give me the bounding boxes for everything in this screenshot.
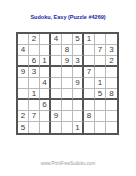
cell-r1c8: [95, 34, 106, 45]
cell-r5c8: 1: [95, 78, 106, 89]
cell-r9c2: [29, 122, 40, 133]
cell-r4c9: [106, 67, 117, 78]
cell-r6c1: [18, 89, 29, 100]
cell-r1c4: 4: [51, 34, 62, 45]
cell-r7c8: [95, 100, 106, 111]
cell-r7c6: [73, 100, 84, 111]
cell-r7c5: [62, 100, 73, 111]
cell-r3c3: 1: [40, 56, 51, 67]
cell-r2c1: 4: [18, 45, 29, 56]
cell-r6c7: [84, 89, 95, 100]
cell-r2c8: 7: [95, 45, 106, 56]
cell-r8c2: 7: [29, 111, 40, 122]
cell-r1c3: [40, 34, 51, 45]
cell-r1c5: [62, 34, 73, 45]
cell-r8c4: 9: [51, 111, 62, 122]
cell-r8c3: [40, 111, 51, 122]
cell-r9c6: 1: [73, 122, 84, 133]
cell-r5c6: 9: [73, 78, 84, 89]
cell-r3c8: [95, 56, 106, 67]
cell-r6c8: 5: [95, 89, 106, 100]
cell-r3c4: [51, 56, 62, 67]
cell-r9c7: [84, 122, 95, 133]
cell-r9c9: [106, 122, 117, 133]
cell-r7c9: [106, 100, 117, 111]
cell-r5c2: [29, 78, 40, 89]
cell-r4c5: [62, 67, 73, 78]
cell-r8c1: 2: [18, 111, 29, 122]
cell-r5c5: [62, 78, 73, 89]
cell-r3c6: 3: [73, 56, 84, 67]
cell-r9c3: [40, 122, 51, 133]
cell-r1c2: 2: [29, 34, 40, 45]
cell-r4c2: 3: [29, 67, 40, 78]
cell-r8c9: [106, 111, 117, 122]
cell-r1c1: [18, 34, 29, 45]
cell-r7c3: 6: [40, 100, 51, 111]
cell-r3c1: [18, 56, 29, 67]
cell-r8c7: 8: [84, 111, 95, 122]
cell-r5c7: [84, 78, 95, 89]
cell-r4c8: [95, 67, 106, 78]
cell-r6c3: [40, 89, 51, 100]
cell-r2c3: [40, 45, 51, 56]
cell-r4c1: 9: [18, 67, 29, 78]
cell-r6c4: [51, 89, 62, 100]
cell-r5c3: 4: [40, 78, 51, 89]
cell-r8c5: [62, 111, 73, 122]
cell-r4c4: [51, 67, 62, 78]
cell-r8c8: [95, 111, 106, 122]
cell-r4c3: [40, 67, 51, 78]
cell-r2c4: [51, 45, 62, 56]
cell-r2c9: 3: [106, 45, 117, 56]
cell-r9c1: 5: [18, 122, 29, 133]
cell-r6c2: 1: [29, 89, 40, 100]
cell-r9c8: [95, 122, 106, 133]
cell-r4c7: 7: [84, 67, 95, 78]
cell-r5c9: [106, 78, 117, 89]
cell-r1c7: 1: [84, 34, 95, 45]
cell-r2c2: [29, 45, 40, 56]
cell-r8c6: [73, 111, 84, 122]
cell-r1c9: [106, 34, 117, 45]
cell-r5c4: [51, 78, 62, 89]
footer-url: www.PrintFreeSudoku.com: [0, 161, 136, 166]
cell-r6c5: [62, 89, 73, 100]
cell-r7c1: [18, 100, 29, 111]
cell-r4c6: [73, 67, 84, 78]
cell-r7c4: [51, 100, 62, 111]
sudoku-page: Sudoku, Easy (Puzzle #4269) 245148736193…: [0, 0, 136, 176]
cell-r3c7: [84, 56, 95, 67]
cell-r3c2: 6: [29, 56, 40, 67]
sudoku-board: 24514873619329374911586279851: [16, 32, 119, 135]
cell-r7c7: [84, 100, 95, 111]
cell-r9c5: [62, 122, 73, 133]
cell-r6c9: 8: [106, 89, 117, 100]
cell-r5c1: [18, 78, 29, 89]
page-title: Sudoku, Easy (Puzzle #4269): [0, 14, 136, 20]
cell-r2c5: 8: [62, 45, 73, 56]
cell-r6c6: [73, 89, 84, 100]
cell-r3c5: 9: [62, 56, 73, 67]
cell-r3c9: 2: [106, 56, 117, 67]
cell-r9c4: [51, 122, 62, 133]
cell-r7c2: [29, 100, 40, 111]
cell-r2c6: [73, 45, 84, 56]
cell-r1c6: 5: [73, 34, 84, 45]
cell-r2c7: [84, 45, 95, 56]
